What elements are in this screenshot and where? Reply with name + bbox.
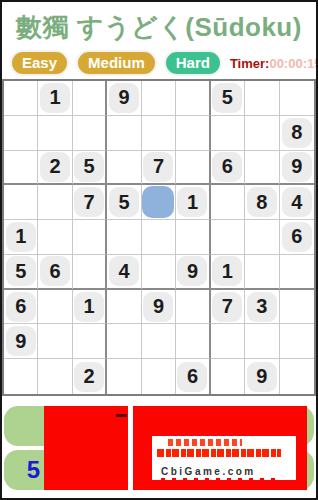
given-digit: 9 [6,326,36,356]
sudoku-cell[interactable]: 9 [142,290,176,325]
given-digit: 8 [282,118,312,148]
sudoku-cell[interactable] [211,116,245,151]
ad-logo-box: CbiGame.com [152,436,296,480]
hard-button[interactable]: Hard [164,50,222,76]
given-digit: 1 [74,292,104,322]
sudoku-cell[interactable] [211,220,245,255]
sudoku-cell[interactable] [245,151,279,186]
sudoku-cell[interactable]: 9 [245,359,279,394]
sudoku-cell[interactable] [211,359,245,394]
sudoku-cell[interactable] [211,185,245,220]
sudoku-cell[interactable] [280,81,314,116]
given-digit: 1 [6,222,36,252]
sudoku-cell[interactable] [142,220,176,255]
sudoku-cell[interactable]: 4 [280,185,314,220]
sudoku-cell[interactable] [142,81,176,116]
sudoku-cell[interactable]: 5 [107,185,141,220]
sudoku-cell[interactable]: 1 [176,185,210,220]
sudoku-app-window: 數獨 すうどく(Sūdoku) Easy Medium Hard Timer:0… [0,0,318,500]
sudoku-cell[interactable]: 5 [73,151,107,186]
given-digit: 1 [212,256,242,286]
ad-noise [116,414,127,417]
sudoku-cell[interactable] [73,116,107,151]
sudoku-cell[interactable]: 9 [280,151,314,186]
given-digit: 7 [143,152,173,182]
sudoku-cell[interactable] [38,185,72,220]
sudoku-cell[interactable] [4,81,38,116]
sudoku-cell[interactable] [280,290,314,325]
ad-divider [128,406,133,490]
given-digit: 9 [109,83,139,113]
timer-label: Timer: [230,56,270,71]
sudoku-cell[interactable]: 3 [245,290,279,325]
given-digit: 2 [74,362,104,392]
sudoku-cell[interactable] [107,220,141,255]
sudoku-cell[interactable]: 9 [4,324,38,359]
given-digit: 9 [282,152,312,182]
sudoku-cell[interactable]: 4 [107,255,141,290]
sudoku-cell[interactable]: 5 [4,255,38,290]
sudoku-cell[interactable]: 7 [211,290,245,325]
sudoku-cell[interactable] [176,151,210,186]
given-digit: 4 [109,256,139,286]
sudoku-cell[interactable] [4,359,38,394]
given-digit: 9 [143,292,173,322]
given-digit: 7 [74,187,104,217]
given-digit: 6 [177,362,207,392]
sudoku-cell[interactable] [211,324,245,359]
sudoku-cell[interactable] [107,359,141,394]
given-digit: 6 [6,292,36,322]
given-digit: 7 [212,292,242,322]
sudoku-cell[interactable]: 1 [73,290,107,325]
given-digit: 1 [177,187,207,217]
sudoku-cell[interactable] [280,359,314,394]
sudoku-cell[interactable]: 2 [73,359,107,394]
ad-banner[interactable]: CbiGame.com [44,406,307,490]
sudoku-cell[interactable] [280,324,314,359]
sudoku-board: 195825769751841656491619739269 [2,79,316,396]
sudoku-cell[interactable] [142,116,176,151]
sudoku-cell[interactable] [73,220,107,255]
given-digit: 6 [282,222,312,252]
sudoku-cell[interactable]: 9 [107,81,141,116]
given-digit: 5 [6,256,36,286]
sudoku-cell[interactable] [38,324,72,359]
selected-cell-highlight [142,186,174,218]
sudoku-cell[interactable]: 5 [211,81,245,116]
ad-brand-text: CbiGame.com [161,466,256,477]
given-digit: 6 [40,256,70,286]
sudoku-cell[interactable] [142,255,176,290]
sudoku-cell[interactable] [38,290,72,325]
sudoku-cell[interactable] [245,81,279,116]
given-digit: 3 [247,292,277,322]
page-title: 數獨 すうどく(Sūdoku) [2,7,316,47]
sudoku-cell[interactable] [4,116,38,151]
sudoku-cell[interactable]: 9 [176,255,210,290]
sudoku-cell[interactable] [245,324,279,359]
sudoku-cell[interactable]: 6 [211,151,245,186]
sudoku-cell[interactable] [107,151,141,186]
sudoku-cell[interactable]: 6 [176,359,210,394]
sudoku-cell[interactable]: 6 [38,255,72,290]
sudoku-cell[interactable]: 7 [73,185,107,220]
timer-value: 00:00:15 [269,56,318,71]
sudoku-cell[interactable]: 1 [211,255,245,290]
sudoku-cell[interactable] [142,185,176,220]
given-digit: 9 [247,362,277,392]
sudoku-cell[interactable] [142,324,176,359]
given-digit: 5 [74,152,104,182]
given-digit: 2 [40,152,70,182]
sudoku-cell[interactable] [176,290,210,325]
sudoku-cell[interactable] [176,220,210,255]
sudoku-cell[interactable] [107,290,141,325]
easy-button[interactable]: Easy [10,50,69,76]
ad-garbled-text [157,449,281,457]
sudoku-cell[interactable]: 2 [38,151,72,186]
sudoku-cell[interactable] [73,81,107,116]
sudoku-cell[interactable] [4,151,38,186]
ad-garbled-underline [161,478,281,480]
sudoku-cell[interactable] [73,324,107,359]
sudoku-cell[interactable] [176,81,210,116]
sudoku-cell[interactable] [280,255,314,290]
sudoku-cell[interactable]: 8 [280,116,314,151]
sudoku-cell[interactable] [38,116,72,151]
given-digit: 8 [247,187,277,217]
sudoku-cell[interactable]: 6 [4,290,38,325]
sudoku-cell[interactable] [142,359,176,394]
sudoku-cell[interactable] [245,116,279,151]
given-digit: 1 [40,83,70,113]
sudoku-cell[interactable] [73,255,107,290]
given-digit: 9 [177,256,207,286]
sudoku-cell[interactable] [245,255,279,290]
medium-button[interactable]: Medium [76,50,157,76]
sudoku-cell[interactable]: 1 [38,81,72,116]
sudoku-cell[interactable] [38,220,72,255]
sudoku-cell[interactable] [38,359,72,394]
difficulty-toolbar: Easy Medium Hard Timer:00:00:15 ? [10,50,310,76]
sudoku-cell[interactable] [4,185,38,220]
sudoku-cell[interactable] [245,220,279,255]
sudoku-cell[interactable] [176,324,210,359]
sudoku-cell[interactable] [107,324,141,359]
given-digit: 6 [212,152,242,182]
sudoku-cell[interactable] [176,116,210,151]
sudoku-cell[interactable]: 7 [142,151,176,186]
given-digit: 5 [212,83,242,113]
given-digit: 5 [109,187,139,217]
sudoku-cell[interactable]: 1 [4,220,38,255]
sudoku-cell[interactable] [107,116,141,151]
sudoku-cell[interactable]: 6 [280,220,314,255]
timer: Timer:00:00:15 [230,54,318,72]
sudoku-cell[interactable]: 8 [245,185,279,220]
given-digit: 4 [282,187,312,217]
ad-garbled-text [168,439,242,446]
